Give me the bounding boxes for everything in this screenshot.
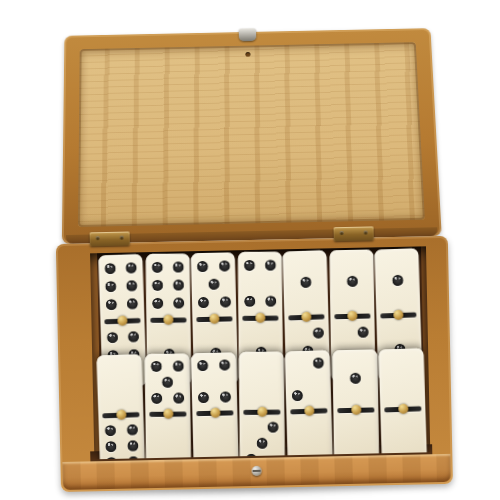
pip — [313, 327, 324, 338]
domino-half-4 — [238, 252, 283, 316]
box-lid — [62, 28, 442, 244]
spinner-pin — [163, 315, 173, 325]
pip — [128, 331, 139, 342]
pip — [220, 391, 231, 402]
pip — [173, 262, 184, 273]
pip — [105, 425, 116, 436]
front-row — [97, 348, 426, 459]
pip — [313, 358, 324, 369]
pip — [126, 280, 137, 291]
pip — [173, 361, 184, 372]
domino-tile-5-0[interactable] — [145, 353, 191, 459]
pip — [106, 299, 117, 310]
domino-half-1 — [329, 250, 374, 314]
clasp-screw-hole — [245, 52, 250, 57]
domino-half-3 — [239, 414, 285, 459]
pip — [127, 298, 138, 309]
pip — [173, 393, 184, 404]
box-base — [56, 236, 453, 492]
spinner-pin — [347, 311, 357, 321]
front-screw — [252, 466, 262, 476]
domino-tile-2-0[interactable] — [285, 350, 334, 459]
domino-tile-0-3[interactable] — [239, 352, 285, 460]
domino-half-6 — [98, 254, 144, 319]
pip — [219, 360, 230, 371]
pip — [300, 277, 311, 288]
domino-half-0 — [192, 415, 238, 460]
pip — [358, 327, 369, 338]
domino-half-0 — [239, 352, 285, 410]
pip — [244, 260, 255, 271]
product-photo — [0, 0, 500, 500]
domino-half-1 — [374, 248, 420, 313]
tile-divider — [149, 411, 186, 416]
pip — [197, 261, 208, 272]
spinner-pin — [255, 313, 265, 323]
pip — [105, 263, 116, 274]
domino-half-1 — [282, 250, 328, 315]
domino-half-1 — [333, 350, 379, 408]
lid-inner-panel — [78, 42, 425, 227]
domino-half-2 — [285, 350, 332, 409]
pip — [126, 263, 137, 274]
domino-tile-0-0[interactable] — [378, 348, 427, 459]
domino-half-0 — [378, 348, 425, 407]
domino-half-0 — [145, 416, 191, 459]
pip — [392, 275, 403, 286]
tile-divider — [242, 315, 278, 320]
domino-tile-4-0[interactable] — [191, 352, 239, 459]
pip — [152, 280, 163, 291]
pip — [173, 280, 184, 291]
tile-divider — [337, 407, 374, 413]
pip — [198, 392, 209, 403]
tile-divider — [196, 316, 232, 322]
pip — [346, 276, 357, 287]
spinner-pin — [257, 407, 267, 417]
pip — [219, 261, 230, 272]
pip — [105, 441, 116, 452]
pip — [173, 298, 184, 309]
hinge-left — [90, 232, 130, 247]
pip — [198, 297, 209, 308]
tile-divider — [243, 409, 280, 414]
domino-tile-1-0[interactable] — [333, 350, 380, 460]
spinner-pin — [351, 405, 361, 415]
pip — [162, 377, 173, 388]
pip — [127, 440, 138, 451]
tile-divider — [196, 410, 233, 416]
tile-divider — [288, 314, 324, 320]
pip — [244, 296, 255, 307]
pip — [257, 437, 268, 448]
domino-tile-0-6[interactable] — [96, 354, 145, 459]
domino-half-5 — [191, 252, 237, 317]
pip — [151, 393, 162, 404]
domino-half-6 — [146, 253, 191, 317]
lid-clasp — [239, 28, 257, 41]
domino-tray — [90, 246, 430, 459]
pip — [152, 262, 163, 273]
pip — [151, 361, 162, 372]
pip — [127, 424, 138, 435]
pip — [292, 390, 303, 401]
hinge-right — [334, 226, 374, 241]
pip — [197, 360, 208, 371]
domino-half-6 — [99, 416, 146, 459]
pip — [220, 296, 231, 307]
spinner-pin — [163, 409, 173, 419]
pip — [265, 296, 276, 307]
pip — [267, 422, 278, 433]
domino-half-4 — [191, 352, 237, 411]
pip — [105, 281, 116, 292]
domino-half-0 — [96, 354, 143, 413]
pip — [265, 260, 276, 271]
tile-divider — [334, 313, 370, 319]
pip — [350, 373, 361, 384]
domino-half-0 — [333, 412, 379, 459]
pip — [107, 332, 118, 343]
pip — [208, 279, 219, 290]
tile-divider — [150, 317, 186, 322]
domino-half-0 — [286, 413, 333, 460]
pip — [152, 298, 163, 309]
domino-case-scene — [0, 0, 500, 500]
domino-half-5 — [145, 353, 191, 411]
domino-half-0 — [380, 411, 427, 460]
